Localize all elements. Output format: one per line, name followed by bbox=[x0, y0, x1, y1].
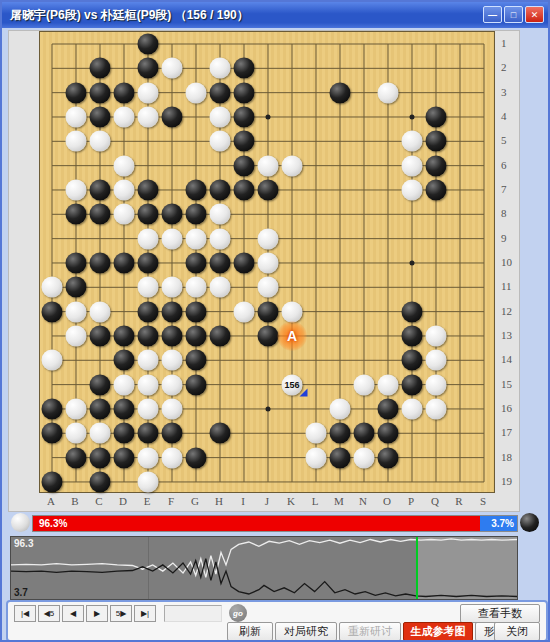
winrate-bar: 96.3% 3.7% bbox=[32, 515, 518, 532]
column-label: J bbox=[265, 495, 269, 507]
white-stone bbox=[66, 398, 87, 419]
white-stone bbox=[210, 131, 231, 152]
black-stone bbox=[114, 252, 135, 273]
board-panel: 156A ABCDEFGHIJKLMNOPQRS 123456789101112… bbox=[8, 30, 520, 512]
row-labels: 12345678910111213141516171819 bbox=[495, 31, 519, 493]
column-label: A bbox=[47, 495, 55, 507]
row-label: 8 bbox=[501, 207, 507, 219]
row-label: 3 bbox=[501, 86, 507, 98]
white-stone bbox=[138, 228, 159, 249]
white-stone bbox=[114, 204, 135, 225]
row-label: 15 bbox=[501, 378, 512, 390]
black-stone bbox=[90, 325, 111, 346]
black-stone bbox=[258, 325, 279, 346]
maximize-button[interactable]: □ bbox=[504, 6, 523, 23]
row-label: 16 bbox=[501, 402, 512, 414]
white-stone bbox=[210, 204, 231, 225]
white-stone bbox=[138, 471, 159, 492]
black-stone bbox=[90, 447, 111, 468]
black-stone bbox=[402, 301, 423, 322]
black-stone bbox=[234, 131, 255, 152]
white-stone bbox=[426, 350, 447, 371]
column-label: H bbox=[215, 495, 223, 507]
nav-button-5[interactable]: ▶| bbox=[134, 605, 156, 622]
row-label: 6 bbox=[501, 159, 507, 171]
black-stone bbox=[90, 374, 111, 395]
black-stone bbox=[330, 447, 351, 468]
black-stone bbox=[90, 398, 111, 419]
black-stone bbox=[66, 277, 87, 298]
black-stone bbox=[114, 82, 135, 103]
winrate-curves bbox=[11, 537, 517, 599]
black-stone bbox=[66, 447, 87, 468]
black-stone bbox=[378, 447, 399, 468]
move-number-input[interactable] bbox=[164, 605, 222, 622]
white-stone bbox=[162, 398, 183, 419]
black-stone bbox=[138, 179, 159, 200]
minimize-button[interactable]: — bbox=[483, 6, 502, 23]
white-stone bbox=[186, 82, 207, 103]
black-stone bbox=[234, 82, 255, 103]
graph-top-label: 96.3 bbox=[14, 538, 33, 549]
nav-button-4[interactable]: 5▶ bbox=[110, 605, 132, 622]
white-stone bbox=[210, 228, 231, 249]
black-stone bbox=[90, 204, 111, 225]
black-stone bbox=[402, 350, 423, 371]
column-label: P bbox=[408, 495, 414, 507]
black-stone bbox=[90, 252, 111, 273]
restudy-button[interactable]: 重新研讨 bbox=[339, 622, 401, 641]
white-stone bbox=[114, 179, 135, 200]
white-stone bbox=[162, 374, 183, 395]
white-stone bbox=[402, 131, 423, 152]
white-stone bbox=[162, 58, 183, 79]
nav-button-3[interactable]: ▶ bbox=[86, 605, 108, 622]
white-stone bbox=[354, 374, 375, 395]
black-stone bbox=[114, 398, 135, 419]
white-stone bbox=[186, 277, 207, 298]
black-stone bbox=[138, 252, 159, 273]
star-point bbox=[410, 114, 415, 119]
white-stone bbox=[378, 374, 399, 395]
white-stone bbox=[114, 155, 135, 176]
black-stone bbox=[162, 204, 183, 225]
white-stone bbox=[282, 301, 303, 322]
column-label: K bbox=[287, 495, 295, 507]
star-point bbox=[410, 260, 415, 265]
black-stone bbox=[114, 350, 135, 371]
row-label: 19 bbox=[501, 475, 512, 487]
black-stone bbox=[162, 423, 183, 444]
black-stone bbox=[138, 423, 159, 444]
black-stone bbox=[378, 423, 399, 444]
white-winrate-value: 96.3% bbox=[33, 516, 480, 531]
black-stone bbox=[42, 471, 63, 492]
white-stone bbox=[402, 398, 423, 419]
row-label: 10 bbox=[501, 256, 512, 268]
column-label: M bbox=[334, 495, 344, 507]
white-stone bbox=[258, 228, 279, 249]
black-stone bbox=[186, 374, 207, 395]
white-stone bbox=[66, 179, 87, 200]
go-button[interactable]: go bbox=[229, 604, 247, 622]
white-stone bbox=[138, 374, 159, 395]
white-stone bbox=[354, 447, 375, 468]
white-stone bbox=[210, 106, 231, 127]
black-stone bbox=[66, 252, 87, 273]
row-label: 9 bbox=[501, 232, 507, 244]
white-stone bbox=[66, 423, 87, 444]
view-moves-button[interactable]: 查看手数 bbox=[460, 604, 540, 623]
row-label: 5 bbox=[501, 134, 507, 146]
black-stone bbox=[210, 82, 231, 103]
white-stone bbox=[90, 301, 111, 322]
black-stone bbox=[186, 252, 207, 273]
white-stone bbox=[258, 277, 279, 298]
current-move-cursor[interactable] bbox=[416, 537, 418, 599]
column-label: B bbox=[71, 495, 78, 507]
white-stone: 156 bbox=[282, 374, 303, 395]
black-stone bbox=[186, 301, 207, 322]
row-label: 2 bbox=[501, 61, 507, 73]
white-stone bbox=[162, 228, 183, 249]
row-label: 1 bbox=[501, 37, 507, 49]
black-stone-icon bbox=[520, 513, 539, 532]
graph-bottom-label: 3.7 bbox=[14, 587, 28, 598]
white-stone bbox=[162, 277, 183, 298]
white-stone bbox=[258, 252, 279, 273]
star-point bbox=[266, 406, 271, 411]
black-stone bbox=[90, 106, 111, 127]
white-stone bbox=[306, 447, 327, 468]
column-label: I bbox=[241, 495, 245, 507]
black-stone bbox=[138, 58, 159, 79]
refresh-button[interactable]: 刷新 bbox=[227, 622, 273, 641]
black-stone bbox=[426, 131, 447, 152]
black-stone bbox=[114, 423, 135, 444]
column-label: C bbox=[95, 495, 102, 507]
nav-button-2[interactable]: ◀ bbox=[62, 605, 84, 622]
white-stone bbox=[282, 155, 303, 176]
black-stone bbox=[186, 447, 207, 468]
control-panel: |◀◀5◀▶5▶▶| go 查看手数 刷新 对局研究 重新研讨 生成参考图 形势… bbox=[6, 600, 548, 642]
winrate-bar-row: 96.3% 3.7% bbox=[2, 512, 548, 534]
black-stone bbox=[210, 325, 231, 346]
title-bar: 屠晓宇(P6段) vs 朴廷桓(P9段) （156 / 190） — □ ✕ bbox=[2, 2, 548, 28]
black-stone bbox=[426, 179, 447, 200]
black-stone bbox=[378, 398, 399, 419]
white-stone bbox=[162, 350, 183, 371]
white-stone bbox=[402, 179, 423, 200]
last-move-triangle-icon bbox=[300, 388, 308, 396]
go-board[interactable]: 156A bbox=[39, 31, 495, 493]
black-winrate-value: 3.7% bbox=[480, 516, 517, 531]
column-labels: ABCDEFGHIJKLMNOPQRS bbox=[39, 493, 495, 511]
star-point bbox=[266, 114, 271, 119]
black-stone bbox=[402, 325, 423, 346]
black-stone bbox=[186, 325, 207, 346]
black-stone bbox=[114, 325, 135, 346]
row-label: 14 bbox=[501, 353, 512, 365]
row-label: 12 bbox=[501, 305, 512, 317]
black-stone bbox=[90, 58, 111, 79]
white-stone bbox=[42, 350, 63, 371]
column-label: D bbox=[119, 495, 127, 507]
column-label: F bbox=[168, 495, 174, 507]
column-label: L bbox=[312, 495, 319, 507]
black-stone bbox=[426, 155, 447, 176]
white-stone bbox=[42, 277, 63, 298]
white-stone bbox=[114, 106, 135, 127]
white-stone bbox=[138, 277, 159, 298]
black-stone bbox=[114, 447, 135, 468]
white-stone bbox=[162, 447, 183, 468]
white-stone bbox=[258, 155, 279, 176]
row-label: 7 bbox=[501, 183, 507, 195]
generate-reference-button[interactable]: 生成参考图 bbox=[403, 622, 473, 641]
black-stone bbox=[210, 252, 231, 273]
white-stone bbox=[66, 325, 87, 346]
black-stone bbox=[330, 423, 351, 444]
black-stone bbox=[42, 423, 63, 444]
suggested-move-marker[interactable]: A bbox=[277, 321, 307, 351]
black-stone bbox=[66, 204, 87, 225]
column-label: G bbox=[191, 495, 199, 507]
black-stone bbox=[186, 179, 207, 200]
app-window: 屠晓宇(P6段) vs 朴廷桓(P9段) （156 / 190） — □ ✕ 1… bbox=[0, 0, 550, 642]
black-stone bbox=[258, 301, 279, 322]
white-stone bbox=[66, 131, 87, 152]
white-stone bbox=[210, 58, 231, 79]
black-stone bbox=[186, 350, 207, 371]
black-stone bbox=[162, 301, 183, 322]
white-stone bbox=[210, 277, 231, 298]
window-title: 屠晓宇(P6段) vs 朴廷桓(P9段) （156 / 190） bbox=[2, 7, 249, 24]
column-label: N bbox=[359, 495, 367, 507]
column-label: S bbox=[480, 495, 486, 507]
row-label: 4 bbox=[501, 110, 507, 122]
black-stone bbox=[210, 423, 231, 444]
white-stone bbox=[330, 398, 351, 419]
black-stone bbox=[162, 325, 183, 346]
white-stone bbox=[66, 106, 87, 127]
black-stone bbox=[258, 179, 279, 200]
row-label: 17 bbox=[501, 426, 512, 438]
row-label: 18 bbox=[501, 451, 512, 463]
black-stone bbox=[234, 252, 255, 273]
black-stone bbox=[66, 82, 87, 103]
white-stone bbox=[402, 155, 423, 176]
black-stone bbox=[210, 179, 231, 200]
row-label: 13 bbox=[501, 329, 512, 341]
white-stone bbox=[426, 325, 447, 346]
black-stone bbox=[234, 155, 255, 176]
white-stone bbox=[138, 82, 159, 103]
black-stone bbox=[234, 106, 255, 127]
white-stone bbox=[306, 423, 327, 444]
black-stone bbox=[42, 301, 63, 322]
black-stone bbox=[234, 58, 255, 79]
white-stone bbox=[138, 106, 159, 127]
black-stone bbox=[138, 34, 159, 55]
column-label: O bbox=[383, 495, 391, 507]
black-stone bbox=[90, 82, 111, 103]
column-label: R bbox=[455, 495, 462, 507]
white-stone bbox=[426, 374, 447, 395]
white-stone bbox=[90, 423, 111, 444]
black-stone bbox=[354, 423, 375, 444]
black-stone bbox=[138, 301, 159, 322]
column-label: E bbox=[144, 495, 151, 507]
close-button[interactable]: ✕ bbox=[525, 6, 544, 23]
black-stone bbox=[138, 325, 159, 346]
close-game-button[interactable]: 关闭 bbox=[494, 622, 540, 641]
black-stone bbox=[234, 179, 255, 200]
black-stone bbox=[162, 106, 183, 127]
white-stone-icon bbox=[11, 513, 30, 532]
winrate-graph[interactable]: 96.3 3.7 bbox=[10, 536, 518, 600]
white-stone bbox=[378, 82, 399, 103]
black-stone bbox=[90, 471, 111, 492]
white-stone bbox=[90, 131, 111, 152]
white-stone bbox=[138, 447, 159, 468]
black-stone bbox=[330, 82, 351, 103]
white-stone bbox=[426, 398, 447, 419]
white-stone bbox=[114, 374, 135, 395]
row-label: 11 bbox=[501, 280, 512, 292]
white-stone bbox=[138, 350, 159, 371]
white-stone bbox=[234, 301, 255, 322]
black-stone bbox=[90, 179, 111, 200]
black-stone bbox=[186, 204, 207, 225]
game-study-button[interactable]: 对局研究 bbox=[275, 622, 337, 641]
black-stone bbox=[42, 398, 63, 419]
black-stone bbox=[402, 374, 423, 395]
black-stone bbox=[138, 204, 159, 225]
white-stone bbox=[66, 301, 87, 322]
white-stone bbox=[186, 228, 207, 249]
nav-button-0[interactable]: |◀ bbox=[14, 605, 36, 622]
white-stone bbox=[138, 398, 159, 419]
column-label: Q bbox=[431, 495, 439, 507]
black-stone bbox=[426, 106, 447, 127]
nav-button-1[interactable]: ◀5 bbox=[38, 605, 60, 622]
